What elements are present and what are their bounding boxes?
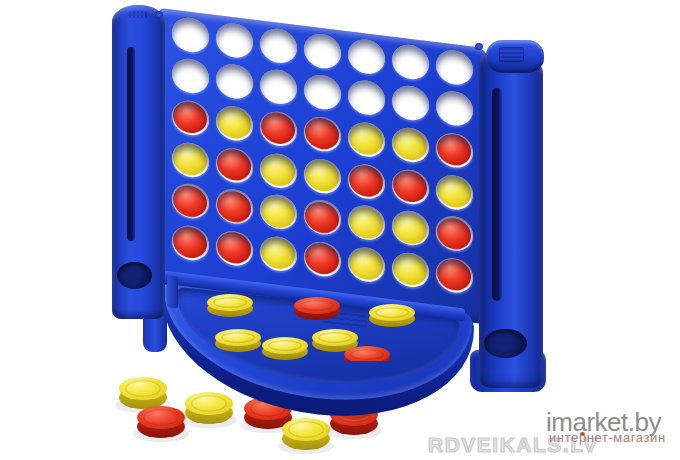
cell-r1c7	[432, 44, 476, 91]
red-disc	[436, 256, 473, 295]
disc-face	[185, 392, 233, 415]
red-disc-face	[349, 164, 383, 199]
disc-face	[119, 377, 167, 400]
yellow-disc	[392, 126, 429, 165]
disc-face	[294, 297, 340, 314]
yellow-disc	[260, 151, 297, 190]
red-disc-on-tray	[344, 346, 390, 361]
yellow-disc	[172, 140, 209, 179]
red-disc-face	[437, 216, 471, 251]
cell-r3c1	[168, 94, 212, 141]
cell-r6c5	[344, 241, 388, 288]
yellow-disc-face	[173, 142, 207, 177]
yellow-disc-on-tray	[369, 304, 415, 328]
yellow-disc-face	[349, 122, 383, 157]
yellow-disc-face	[261, 194, 295, 229]
yellow-disc	[260, 193, 297, 232]
empty-hole	[348, 79, 385, 118]
left-pillar-pin	[155, 11, 163, 18]
yellow-disc	[392, 250, 429, 289]
disc-face	[207, 294, 253, 311]
empty-hole	[392, 42, 429, 81]
cell-r3c5	[344, 116, 388, 163]
empty-hole	[436, 89, 473, 128]
empty-hole	[216, 21, 253, 60]
cell-r6c4	[300, 235, 344, 282]
red-disc-face	[305, 117, 339, 152]
red-disc	[304, 115, 341, 154]
red-disc-face	[393, 169, 427, 204]
cell-r3c2	[212, 100, 256, 147]
right-pillar-handle-hole	[484, 329, 527, 358]
board-grid	[168, 11, 476, 299]
left-pillar-handle-hole	[117, 262, 152, 289]
empty-hole	[260, 68, 297, 107]
right-cap-pin	[475, 43, 483, 50]
red-disc-face	[217, 189, 251, 224]
cell-r5c6	[388, 205, 432, 252]
yellow-disc-face	[349, 205, 383, 240]
yellow-disc	[436, 173, 473, 212]
cell-r4c4	[300, 152, 344, 199]
yellow-disc-face	[349, 247, 383, 282]
disc-face	[262, 337, 308, 354]
cell-r5c5	[344, 199, 388, 246]
cell-r2c4	[300, 69, 344, 116]
yellow-disc	[392, 209, 429, 248]
cell-r1c5	[344, 33, 388, 80]
cell-r6c7	[432, 252, 476, 299]
yellow-disc	[348, 120, 385, 159]
disc-face	[137, 406, 185, 429]
left-pillar-embossed-mark	[129, 11, 147, 18]
yellow-disc-face	[217, 106, 251, 141]
cell-r4c2	[212, 141, 256, 188]
cell-r6c2	[212, 225, 256, 272]
red-disc	[304, 198, 341, 237]
empty-hole	[172, 15, 209, 54]
yellow-disc-face	[393, 252, 427, 287]
yellow-disc	[304, 156, 341, 195]
cell-r2c6	[388, 80, 432, 127]
red-disc-face	[173, 100, 207, 135]
red-disc	[216, 187, 253, 226]
red-disc	[216, 146, 253, 185]
cell-r4c1	[168, 136, 212, 183]
empty-hole	[392, 84, 429, 123]
product-photo-scene: { "game": "connect-four", "edition": "Ha…	[0, 0, 680, 460]
hasbro-gaming-embossed-logo	[499, 47, 524, 62]
cell-r5c1	[168, 178, 212, 225]
empty-hole	[348, 37, 385, 76]
red-disc	[436, 131, 473, 170]
red-disc-face	[173, 225, 207, 260]
cell-r3c3	[256, 105, 300, 152]
cell-r2c1	[168, 53, 212, 100]
disc-face	[215, 329, 261, 346]
yellow-disc	[348, 203, 385, 242]
empty-hole	[304, 73, 341, 112]
red-disc-face	[305, 200, 339, 235]
red-disc-on-tray	[294, 297, 340, 321]
red-disc-face	[437, 133, 471, 168]
red-disc	[348, 162, 385, 201]
left-pillar-slot	[127, 47, 135, 241]
disc-face	[344, 346, 390, 361]
red-disc	[172, 223, 209, 262]
cell-r2c7	[432, 85, 476, 132]
yellow-disc	[348, 245, 385, 284]
yellow-disc-on-tray	[262, 337, 308, 361]
yellow-disc-face	[261, 153, 295, 188]
right-support-pillar	[479, 52, 543, 388]
cell-r3c6	[388, 121, 432, 168]
cell-r5c2	[212, 183, 256, 230]
yellow-disc-on-tray	[215, 329, 261, 353]
right-pillar-top-cap	[486, 40, 544, 73]
cell-r4c3	[256, 147, 300, 194]
cell-r5c7	[432, 210, 476, 257]
yellow-disc	[260, 234, 297, 273]
red-disc	[172, 99, 209, 138]
cell-r6c1	[168, 219, 212, 266]
cell-r4c7	[432, 168, 476, 215]
cell-r1c4	[300, 27, 344, 74]
red-disc	[216, 229, 253, 268]
yellow-disc-on-ground	[282, 418, 330, 452]
cell-r2c5	[344, 74, 388, 121]
store-subtitle-watermark: интернет-магазин	[549, 430, 666, 445]
red-disc	[392, 167, 429, 206]
cell-r2c3	[256, 64, 300, 111]
hinge-post-left	[167, 275, 178, 308]
cell-r6c3	[256, 230, 300, 277]
yellow-disc-face	[437, 174, 471, 209]
cell-r2c2	[212, 58, 256, 105]
disc-face	[282, 418, 330, 441]
cell-r6c6	[388, 246, 432, 293]
red-disc-on-ground	[137, 406, 185, 440]
empty-hole	[304, 32, 341, 71]
yellow-disc-on-ground	[185, 392, 233, 426]
red-disc-face	[305, 241, 339, 276]
disc-face	[369, 304, 415, 321]
yellow-disc-on-tray	[207, 294, 253, 318]
cell-r1c3	[256, 22, 300, 69]
red-disc-face	[217, 147, 251, 182]
cell-r3c7	[432, 127, 476, 174]
cell-r4c5	[344, 158, 388, 205]
empty-hole	[172, 57, 209, 96]
cell-r5c4	[300, 194, 344, 241]
empty-hole	[260, 26, 297, 65]
yellow-disc-face	[261, 236, 295, 271]
red-disc-face	[173, 184, 207, 219]
empty-hole	[436, 48, 473, 87]
empty-hole	[216, 62, 253, 101]
yellow-disc-face	[393, 211, 427, 246]
yellow-disc	[216, 104, 253, 143]
red-disc	[304, 240, 341, 279]
red-disc	[260, 109, 297, 148]
red-disc-face	[217, 231, 251, 266]
red-disc	[436, 214, 473, 253]
cell-r1c1	[168, 11, 212, 58]
cell-r5c3	[256, 188, 300, 235]
left-support-pillar	[112, 5, 165, 319]
red-disc	[172, 182, 209, 221]
cell-r1c2	[212, 17, 256, 64]
right-pillar-slot	[492, 88, 502, 301]
yellow-disc-face	[305, 158, 339, 193]
red-disc-face	[261, 111, 295, 146]
cell-r4c6	[388, 163, 432, 210]
cell-r3c4	[300, 111, 344, 158]
red-disc-face	[437, 258, 471, 293]
cell-r1c6	[388, 38, 432, 85]
yellow-disc-face	[393, 127, 427, 162]
disc-face	[312, 329, 358, 346]
